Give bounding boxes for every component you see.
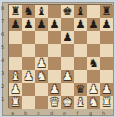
square-h4[interactable] bbox=[100, 57, 113, 70]
square-f3[interactable] bbox=[74, 70, 87, 83]
rank-coordinates: 87654321 bbox=[0, 2, 5, 106]
piece-white-knight[interactable]: ♞ bbox=[88, 97, 98, 109]
piece-black-pawn[interactable]: ♟ bbox=[88, 19, 98, 31]
square-b7[interactable]: ♟ bbox=[22, 18, 35, 31]
piece-white-pawn[interactable]: ♟ bbox=[101, 84, 111, 96]
square-e7[interactable] bbox=[61, 18, 74, 31]
square-h6[interactable] bbox=[100, 31, 113, 44]
square-g7[interactable]: ♟ bbox=[87, 18, 100, 31]
square-b2[interactable] bbox=[22, 83, 35, 96]
piece-white-bishop[interactable]: ♝ bbox=[10, 71, 20, 83]
square-e2[interactable] bbox=[61, 83, 74, 96]
square-f7[interactable]: ♟ bbox=[74, 18, 87, 31]
square-b5[interactable] bbox=[22, 44, 35, 57]
square-d7[interactable]: ♟ bbox=[48, 18, 61, 31]
square-d4[interactable] bbox=[48, 57, 61, 70]
piece-black-pawn[interactable]: ♟ bbox=[49, 19, 59, 31]
file-label-h: h bbox=[97, 110, 110, 117]
piece-white-bishop[interactable]: ♝ bbox=[75, 97, 85, 109]
square-c3[interactable]: ♞ bbox=[35, 70, 48, 83]
square-e5[interactable] bbox=[61, 44, 74, 57]
rank-label-3: 3 bbox=[0, 67, 5, 80]
piece-white-knight[interactable]: ♞ bbox=[36, 71, 46, 83]
piece-black-queen[interactable]: ♛ bbox=[75, 84, 85, 96]
piece-white-rook[interactable]: ♜ bbox=[101, 97, 111, 109]
file-label-f: f bbox=[71, 110, 84, 117]
square-c8[interactable]: ♝ bbox=[35, 5, 48, 18]
piece-black-pawn[interactable]: ♟ bbox=[62, 32, 72, 44]
square-a1[interactable]: ♜ bbox=[9, 96, 22, 109]
square-d6[interactable] bbox=[48, 31, 61, 44]
square-a6[interactable] bbox=[9, 31, 22, 44]
square-e4[interactable] bbox=[61, 57, 74, 70]
square-a7[interactable]: ♟ bbox=[9, 18, 22, 31]
square-e6[interactable]: ♟ bbox=[61, 31, 74, 44]
square-c2[interactable] bbox=[35, 83, 48, 96]
square-e8[interactable]: ♚ bbox=[61, 5, 74, 18]
rank-label-5: 5 bbox=[0, 41, 5, 54]
square-d2[interactable]: ♟ bbox=[48, 83, 61, 96]
square-h2[interactable]: ♟ bbox=[100, 83, 113, 96]
square-c5[interactable] bbox=[35, 44, 48, 57]
square-d8[interactable] bbox=[48, 5, 61, 18]
piece-black-king[interactable]: ♚ bbox=[62, 6, 72, 18]
square-d1[interactable]: ♛ bbox=[48, 96, 61, 109]
file-coordinates: abcdefgh bbox=[6, 110, 110, 117]
piece-white-rook[interactable]: ♜ bbox=[10, 97, 20, 109]
piece-black-pawn[interactable]: ♟ bbox=[75, 19, 85, 31]
piece-white-pawn[interactable]: ♟ bbox=[62, 71, 72, 83]
piece-white-pawn[interactable]: ♟ bbox=[10, 84, 20, 96]
square-a4[interactable] bbox=[9, 57, 22, 70]
file-label-b: b bbox=[19, 110, 32, 117]
square-c1[interactable] bbox=[35, 96, 48, 109]
square-f2[interactable]: ♛ bbox=[74, 83, 87, 96]
piece-black-rook[interactable]: ♜ bbox=[101, 6, 111, 18]
square-e3[interactable]: ♟ bbox=[61, 70, 74, 83]
piece-black-pawn[interactable]: ♟ bbox=[10, 19, 20, 31]
square-f8[interactable]: ♝ bbox=[74, 5, 87, 18]
file-label-a: a bbox=[6, 110, 19, 117]
piece-black-pawn[interactable]: ♟ bbox=[101, 19, 111, 31]
chess-board[interactable]: ♜♞♝♚♝♜♟♟♟♟♟♟♟♟♟♞♝♟♞♟♟♟♛♟♟♜♛♚♝♞♜ bbox=[8, 4, 112, 108]
square-g1[interactable]: ♞ bbox=[87, 96, 100, 109]
square-b4[interactable] bbox=[22, 57, 35, 70]
chess-app: ♜♞♝♚♝♜♟♟♟♟♟♟♟♟♟♞♝♟♞♟♟♟♛♟♟♜♛♚♝♞♜ 87654321… bbox=[0, 0, 116, 117]
rank-label-4: 4 bbox=[0, 54, 5, 67]
chess-board-frame: ♜♞♝♚♝♜♟♟♟♟♟♟♟♟♟♞♝♟♞♟♟♟♛♟♟♜♛♚♝♞♜ bbox=[2, 2, 114, 116]
square-h1[interactable]: ♜ bbox=[100, 96, 113, 109]
file-label-c: c bbox=[32, 110, 45, 117]
piece-white-pawn[interactable]: ♟ bbox=[36, 58, 46, 70]
square-h3[interactable] bbox=[100, 70, 113, 83]
piece-black-rook[interactable]: ♜ bbox=[10, 6, 20, 18]
square-g4[interactable]: ♞ bbox=[87, 57, 100, 70]
square-f5[interactable] bbox=[74, 44, 87, 57]
piece-black-pawn[interactable]: ♟ bbox=[23, 19, 33, 31]
square-h7[interactable]: ♟ bbox=[100, 18, 113, 31]
square-b6[interactable] bbox=[22, 31, 35, 44]
square-g8[interactable] bbox=[87, 5, 100, 18]
piece-white-pawn[interactable]: ♟ bbox=[49, 84, 59, 96]
rank-label-8: 8 bbox=[0, 2, 5, 15]
file-label-d: d bbox=[45, 110, 58, 117]
square-g5[interactable] bbox=[87, 44, 100, 57]
square-d3[interactable] bbox=[48, 70, 61, 83]
rank-label-6: 6 bbox=[0, 28, 5, 41]
piece-white-queen[interactable]: ♛ bbox=[49, 97, 59, 109]
square-f1[interactable]: ♝ bbox=[74, 96, 87, 109]
square-g6[interactable] bbox=[87, 31, 100, 44]
square-c7[interactable]: ♟ bbox=[35, 18, 48, 31]
square-e1[interactable]: ♚ bbox=[61, 96, 74, 109]
piece-black-knight[interactable]: ♞ bbox=[23, 6, 33, 18]
piece-white-pawn[interactable]: ♟ bbox=[88, 84, 98, 96]
rank-label-2: 2 bbox=[0, 80, 5, 93]
piece-white-king[interactable]: ♚ bbox=[62, 97, 72, 109]
square-b8[interactable]: ♞ bbox=[22, 5, 35, 18]
square-g3[interactable] bbox=[87, 70, 100, 83]
piece-white-pawn[interactable]: ♟ bbox=[23, 71, 33, 83]
square-a8[interactable]: ♜ bbox=[9, 5, 22, 18]
square-f6[interactable] bbox=[74, 31, 87, 44]
square-c6[interactable] bbox=[35, 31, 48, 44]
square-a5[interactable] bbox=[9, 44, 22, 57]
square-h8[interactable]: ♜ bbox=[100, 5, 113, 18]
square-f4[interactable] bbox=[74, 57, 87, 70]
rank-label-7: 7 bbox=[0, 15, 5, 28]
piece-black-knight[interactable]: ♞ bbox=[88, 58, 98, 70]
rank-label-1: 1 bbox=[0, 93, 5, 106]
square-b3[interactable]: ♟ bbox=[22, 70, 35, 83]
square-a2[interactable]: ♟ bbox=[9, 83, 22, 96]
file-label-e: e bbox=[58, 110, 71, 117]
piece-black-pawn[interactable]: ♟ bbox=[36, 19, 46, 31]
square-h5[interactable] bbox=[100, 44, 113, 57]
piece-black-bishop[interactable]: ♝ bbox=[36, 6, 46, 18]
square-c4[interactable]: ♟ bbox=[35, 57, 48, 70]
piece-black-bishop[interactable]: ♝ bbox=[75, 6, 85, 18]
square-b1[interactable] bbox=[22, 96, 35, 109]
square-a3[interactable]: ♝ bbox=[9, 70, 22, 83]
file-label-g: g bbox=[84, 110, 97, 117]
square-d5[interactable] bbox=[48, 44, 61, 57]
square-g2[interactable]: ♟ bbox=[87, 83, 100, 96]
